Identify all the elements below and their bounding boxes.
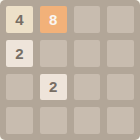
game-2048-screenshot: 4822 xyxy=(0,0,140,140)
tile-2-r2c1: 2 xyxy=(40,74,67,101)
tile-8-r0c1: 8 xyxy=(40,6,67,33)
empty-cell-r3c1 xyxy=(40,107,67,134)
empty-cell-r1c1 xyxy=(40,40,67,67)
empty-cell-r0c2 xyxy=(74,6,101,33)
empty-cell-r3c0 xyxy=(6,107,33,134)
board-2048[interactable]: 4822 xyxy=(0,0,140,140)
empty-cell-r1c2 xyxy=(74,40,101,67)
tile-4-r0c0: 4 xyxy=(6,6,33,33)
empty-cell-r2c0 xyxy=(6,74,33,101)
empty-cell-r3c3 xyxy=(107,107,134,134)
empty-cell-r1c3 xyxy=(107,40,134,67)
empty-cell-r0c3 xyxy=(107,6,134,33)
empty-cell-r2c2 xyxy=(74,74,101,101)
empty-cell-r2c3 xyxy=(107,74,134,101)
tile-2-r1c0: 2 xyxy=(6,40,33,67)
empty-cell-r3c2 xyxy=(74,107,101,134)
